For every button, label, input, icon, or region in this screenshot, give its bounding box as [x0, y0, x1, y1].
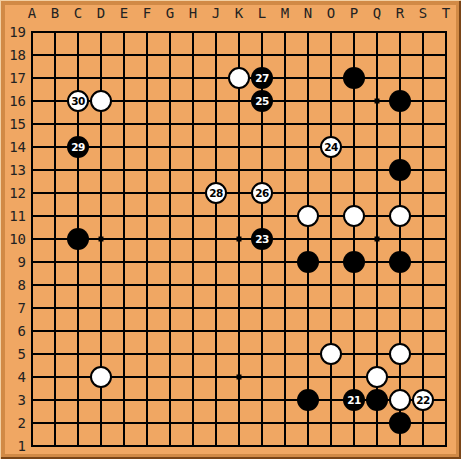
col-label-J: J [207, 4, 225, 22]
grid-line-vertical-M [284, 31, 286, 447]
black-stone-C14[interactable]: 29 [67, 136, 89, 158]
row-label-5: 5 [0, 345, 26, 363]
col-label-T: T [437, 4, 455, 22]
white-stone-D4[interactable] [90, 366, 112, 388]
white-stone-R5[interactable] [389, 343, 411, 365]
black-stone-P3[interactable]: 21 [343, 389, 365, 411]
row-label-6: 6 [0, 322, 26, 340]
black-stone-R13[interactable] [389, 159, 411, 181]
col-label-B: B [46, 4, 64, 22]
col-label-H: H [184, 4, 202, 22]
grid-line-horizontal-7 [31, 307, 447, 309]
grid-line-vertical-O [330, 31, 332, 447]
row-label-2: 2 [0, 414, 26, 432]
white-stone-P11[interactable] [343, 205, 365, 227]
black-stone-P17[interactable] [343, 67, 365, 89]
black-stone-R9[interactable] [389, 251, 411, 273]
row-label-15: 15 [0, 115, 26, 133]
star-point-Q16 [375, 99, 380, 104]
col-label-P: P [345, 4, 363, 22]
row-label-3: 3 [0, 391, 26, 409]
black-stone-L16[interactable]: 25 [251, 90, 273, 112]
black-stone-L17[interactable]: 27 [251, 67, 273, 89]
white-stone-L12[interactable]: 26 [251, 182, 273, 204]
white-stone-J12[interactable]: 28 [205, 182, 227, 204]
black-stone-Q3[interactable] [366, 389, 388, 411]
black-stone-N9[interactable] [297, 251, 319, 273]
star-point-K10 [237, 237, 242, 242]
col-label-G: G [161, 4, 179, 22]
col-label-Q: Q [368, 4, 386, 22]
row-label-8: 8 [0, 276, 26, 294]
grid-line-vertical-T [445, 31, 447, 447]
row-label-12: 12 [0, 184, 26, 202]
col-label-C: C [69, 4, 87, 22]
goban[interactable]: ABCDEFGHJKLMNOPQRST191817161514131211109… [0, 0, 461, 459]
white-stone-O14[interactable]: 24 [320, 136, 342, 158]
black-stone-L10[interactable]: 23 [251, 228, 273, 250]
star-point-K4 [237, 375, 242, 380]
white-stone-N11[interactable] [297, 205, 319, 227]
col-label-M: M [276, 4, 294, 22]
row-label-1: 1 [0, 437, 26, 455]
row-label-18: 18 [0, 46, 26, 64]
col-label-O: O [322, 4, 340, 22]
star-point-Q10 [375, 237, 380, 242]
col-label-N: N [299, 4, 317, 22]
row-label-11: 11 [0, 207, 26, 225]
col-label-K: K [230, 4, 248, 22]
grid-line-horizontal-9 [31, 261, 447, 263]
row-label-4: 4 [0, 368, 26, 386]
row-label-13: 13 [0, 161, 26, 179]
white-stone-Q4[interactable] [366, 366, 388, 388]
black-stone-R16[interactable] [389, 90, 411, 112]
white-stone-R3[interactable] [389, 389, 411, 411]
col-label-R: R [391, 4, 409, 22]
col-label-D: D [92, 4, 110, 22]
black-stone-R2[interactable] [389, 412, 411, 434]
col-label-A: A [23, 4, 41, 22]
row-label-17: 17 [0, 69, 26, 87]
row-label-9: 9 [0, 253, 26, 271]
white-stone-S3[interactable]: 22 [412, 389, 434, 411]
grid-line-horizontal-1 [31, 445, 447, 447]
grid-line-vertical-N [307, 31, 309, 447]
star-point-D10 [99, 237, 104, 242]
black-stone-C10[interactable] [67, 228, 89, 250]
row-label-14: 14 [0, 138, 26, 156]
col-label-S: S [414, 4, 432, 22]
white-stone-R11[interactable] [389, 205, 411, 227]
white-stone-C16[interactable]: 30 [67, 90, 89, 112]
grid-line-vertical-S [422, 31, 424, 447]
grid-line-horizontal-5 [31, 353, 447, 355]
row-label-19: 19 [0, 23, 26, 41]
grid-line-horizontal-2 [31, 422, 447, 424]
black-stone-P9[interactable] [343, 251, 365, 273]
col-label-L: L [253, 4, 271, 22]
row-label-16: 16 [0, 92, 26, 110]
white-stone-D16[interactable] [90, 90, 112, 112]
row-label-10: 10 [0, 230, 26, 248]
black-stone-N3[interactable] [297, 389, 319, 411]
grid-line-horizontal-6 [31, 330, 447, 332]
col-label-E: E [115, 4, 133, 22]
row-label-7: 7 [0, 299, 26, 317]
white-stone-O5[interactable] [320, 343, 342, 365]
white-stone-K17[interactable] [228, 67, 250, 89]
col-label-F: F [138, 4, 156, 22]
grid-line-vertical-P [353, 31, 355, 447]
grid-line-horizontal-8 [31, 284, 447, 286]
